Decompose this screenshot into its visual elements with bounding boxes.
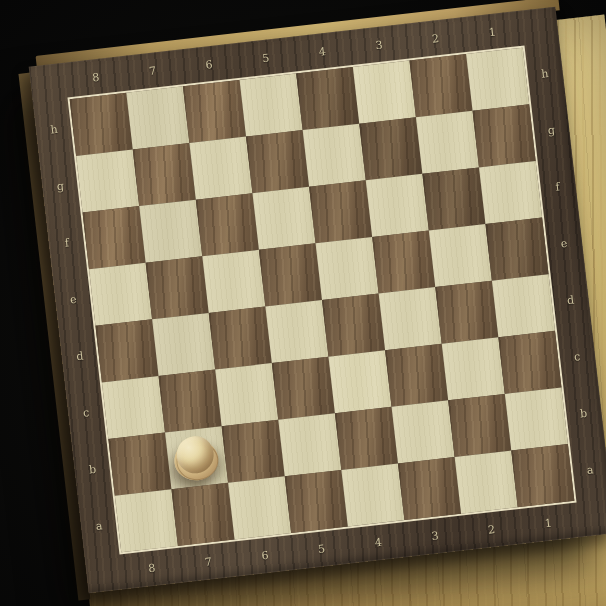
file-label: c (561, 327, 593, 387)
square-f3[interactable] (366, 174, 429, 237)
square-f1[interactable] (479, 161, 542, 224)
rank-label: 2 (406, 22, 466, 54)
file-label: e (57, 270, 89, 330)
file-label: d (554, 271, 586, 331)
square-c7[interactable] (159, 370, 222, 433)
square-c6[interactable] (215, 363, 278, 426)
file-label: a (83, 496, 115, 556)
square-h5[interactable] (240, 73, 303, 136)
rank-label: 2 (462, 513, 522, 545)
rank-label: 8 (66, 61, 126, 93)
square-g3[interactable] (359, 117, 422, 180)
square-f7[interactable] (139, 200, 202, 263)
square-h6[interactable] (183, 80, 246, 143)
rank-label: 8 (122, 552, 182, 584)
rank-label: 6 (179, 48, 239, 80)
rank-label: 1 (462, 16, 522, 48)
square-b1[interactable] (505, 387, 568, 450)
square-f4[interactable] (309, 180, 372, 243)
square-a7[interactable] (171, 483, 234, 546)
square-b4[interactable] (335, 407, 398, 470)
square-g1[interactable] (473, 104, 536, 167)
square-a1[interactable] (511, 444, 574, 507)
file-label: d (64, 326, 96, 386)
square-a5[interactable] (285, 470, 348, 533)
square-c1[interactable] (498, 331, 561, 394)
square-g4[interactable] (303, 124, 366, 187)
square-b6[interactable] (222, 420, 285, 483)
rank-label: 3 (405, 520, 465, 552)
square-c2[interactable] (442, 337, 505, 400)
square-e8[interactable] (89, 263, 152, 326)
square-a4[interactable] (341, 463, 404, 526)
rank-label: 5 (236, 42, 296, 74)
square-e4[interactable] (316, 237, 379, 300)
square-e7[interactable] (146, 256, 209, 319)
square-f5[interactable] (252, 187, 315, 250)
rank-label: 4 (293, 35, 353, 67)
file-label: g (44, 157, 76, 217)
rank-label: 5 (292, 532, 352, 564)
square-h7[interactable] (126, 86, 189, 149)
square-b5[interactable] (278, 413, 341, 476)
piece-white-pawn[interactable] (165, 426, 228, 489)
rank-label: 7 (123, 55, 183, 87)
square-b8[interactable] (108, 433, 171, 496)
board-frame: 87654321 87654321 hgfedcba hgfedcba (29, 7, 606, 594)
square-b3[interactable] (392, 400, 455, 463)
square-g8[interactable] (76, 149, 139, 212)
square-g7[interactable] (133, 143, 196, 206)
file-label: a (574, 440, 606, 500)
square-h3[interactable] (353, 61, 416, 124)
square-d4[interactable] (322, 294, 385, 357)
square-a2[interactable] (455, 451, 518, 514)
square-a6[interactable] (228, 476, 291, 539)
square-g2[interactable] (416, 111, 479, 174)
square-g5[interactable] (246, 130, 309, 193)
square-c8[interactable] (102, 376, 165, 439)
square-e5[interactable] (259, 243, 322, 306)
square-d7[interactable] (152, 313, 215, 376)
square-f6[interactable] (196, 193, 259, 256)
file-label: b (77, 440, 109, 500)
square-e1[interactable] (485, 218, 548, 281)
square-b2[interactable] (448, 394, 511, 457)
square-d5[interactable] (265, 300, 328, 363)
rank-label: 1 (518, 507, 578, 539)
square-d3[interactable] (379, 287, 442, 350)
file-label: h (529, 44, 561, 104)
square-f8[interactable] (83, 206, 146, 269)
file-label: f (51, 213, 83, 273)
file-label: c (70, 383, 102, 443)
square-d6[interactable] (209, 306, 272, 369)
square-a8[interactable] (115, 489, 178, 552)
square-h1[interactable] (466, 48, 529, 111)
square-e6[interactable] (202, 250, 265, 313)
photo-scene: 87654321 87654321 hgfedcba hgfedcba (0, 0, 606, 606)
rank-label: 4 (348, 526, 408, 558)
square-b7[interactable] (165, 426, 228, 489)
file-label: f (542, 157, 574, 217)
square-c5[interactable] (272, 357, 335, 420)
file-label: e (548, 214, 580, 274)
square-c3[interactable] (385, 344, 448, 407)
file-label: h (38, 100, 70, 160)
rank-label: 3 (349, 29, 409, 61)
rank-label: 7 (179, 545, 239, 577)
square-e3[interactable] (372, 230, 435, 293)
square-d2[interactable] (435, 281, 498, 344)
square-g6[interactable] (189, 137, 252, 200)
file-label: b (567, 384, 599, 444)
square-c4[interactable] (328, 350, 391, 413)
chessboard: 87654321 87654321 hgfedcba hgfedcba (29, 7, 606, 594)
square-a3[interactable] (398, 457, 461, 520)
square-d1[interactable] (492, 274, 555, 337)
square-h2[interactable] (409, 54, 472, 117)
square-h8[interactable] (70, 93, 133, 156)
board-grid (67, 45, 576, 554)
square-h4[interactable] (296, 67, 359, 130)
square-d8[interactable] (95, 319, 158, 382)
file-label: g (535, 101, 567, 161)
square-e2[interactable] (429, 224, 492, 287)
square-f2[interactable] (422, 167, 485, 230)
rank-label: 6 (235, 539, 295, 571)
